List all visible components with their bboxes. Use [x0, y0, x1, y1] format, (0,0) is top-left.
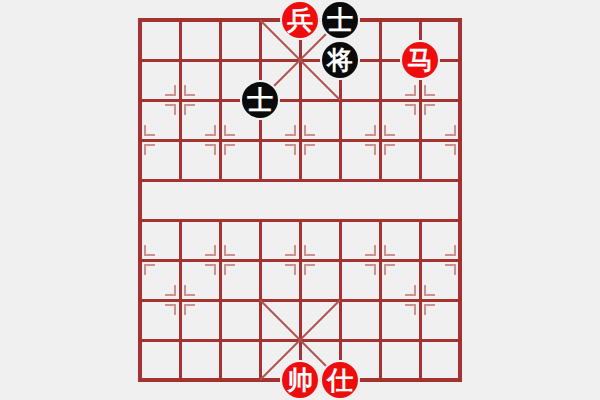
piece-red-soldier[interactable]: 兵: [280, 0, 320, 40]
piece-black-advisor-1[interactable]: 士: [320, 0, 360, 40]
pieces-layer: 兵士将马士帅仕: [140, 20, 460, 380]
piece-red-horse[interactable]: 马: [400, 40, 440, 80]
piece-black-advisor-2[interactable]: 士: [240, 80, 280, 120]
piece-red-general[interactable]: 帅: [280, 360, 320, 400]
xiangqi-board: 兵士将马士帅仕: [140, 20, 460, 380]
screen: 兵士将马士帅仕: [0, 0, 600, 400]
piece-black-general[interactable]: 将: [320, 40, 360, 80]
piece-red-advisor[interactable]: 仕: [320, 360, 360, 400]
